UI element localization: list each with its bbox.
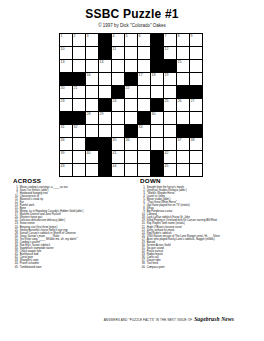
across-clue-list: 1.Movie cowboy's earnings: a ____ an ear… [13,186,135,269]
cell-number: 21 [74,86,78,90]
black-cell [151,60,163,72]
crossword-cell[interactable] [164,86,176,98]
crossword-cell[interactable]: 29 [99,112,111,124]
crossword-cell[interactable] [73,60,85,72]
crossword-cell[interactable] [86,125,98,137]
crossword-cell[interactable]: 10 [60,47,72,59]
crossword-cell[interactable]: 39 [60,151,72,163]
black-cell [73,73,85,85]
black-cell [86,138,98,150]
cell-number: 2 [74,34,76,38]
crossword-cell[interactable] [112,125,124,137]
crossword-cell[interactable]: 2 [73,34,85,46]
cell-number: 45 [165,164,169,168]
crossword-cell[interactable] [177,73,189,85]
crossword-cell[interactable] [164,112,176,124]
page-title: SSBC Puzzle #1 [0,7,264,21]
cell-number: 31 [61,125,65,129]
crossword-cell[interactable]: 42 [164,151,176,163]
crossword-cell[interactable] [177,164,189,176]
crossword-cell[interactable]: 44 [112,164,124,176]
crossword-cell[interactable] [112,60,124,72]
crossword-cell[interactable]: 31 [60,125,72,137]
crossword-cell[interactable]: 45 [164,164,176,176]
crossword-cell[interactable] [125,164,137,176]
crossword-cell[interactable]: 23 [60,99,72,111]
across-clues-section: ACROSS 1.Movie cowboy's earnings: a ____… [13,177,135,269]
cell-number: 34 [61,138,65,142]
cell-number: 43 [61,164,65,168]
crossword-cell[interactable] [177,151,189,163]
crossword-cell[interactable]: 3 [86,34,98,46]
crossword-cell[interactable]: 36 [125,138,137,150]
down-clue-list: 1.Straight from the horse's mouth2.Unive… [140,186,262,269]
clue-text: Actor who played Rocky Lane's sidekick, … [147,238,215,241]
black-cell [112,86,124,98]
newsletter-brand: Sagebrush News [194,316,234,322]
crossword-cell[interactable]: 14 [99,60,111,72]
crossword-cell[interactable]: 41 [112,151,124,163]
crossword-cell[interactable] [73,138,85,150]
cell-number: 15 [178,60,182,64]
crossword-cell[interactable]: 34 [60,138,72,150]
black-cell [177,86,189,98]
black-cell [190,125,202,137]
crossword-grid: 1234567891011121314151617181920212223242… [59,33,203,177]
crossword-cell[interactable]: 28 [86,112,98,124]
clue-line: 40.Compass point [140,266,262,269]
crossword-cell[interactable] [138,99,150,111]
cell-number: 33 [139,125,143,129]
cell-number: 42 [165,151,169,155]
cell-number: 5 [126,34,128,38]
cell-number: 14 [100,60,104,64]
crossword-cell[interactable] [190,164,202,176]
crossword-cell[interactable]: 24 [112,99,124,111]
cell-number: 20 [61,86,65,90]
crossword-cell[interactable]: 5 [125,34,137,46]
cell-number: 12 [165,47,169,51]
crossword-cell[interactable] [99,73,111,85]
crossword-cell[interactable]: 11 [112,47,124,59]
crossword-cell[interactable] [125,112,137,124]
crossword-cell[interactable]: 33 [138,125,150,137]
black-cell [151,47,163,59]
crossword-cell[interactable] [190,73,202,85]
clue-number: 40. [140,266,146,269]
black-cell [190,86,202,98]
crossword-cell[interactable]: 17 [138,73,150,85]
cell-number: 13 [61,60,65,64]
crossword-cell[interactable] [138,151,150,163]
crossword-cell[interactable] [164,138,176,150]
crossword-cell[interactable]: 35 [112,138,124,150]
crossword-cell[interactable] [151,138,163,150]
crossword-cell[interactable]: 43 [60,164,72,176]
crossword-cell[interactable]: 22 [125,86,137,98]
clue-text: Compass point [147,266,165,269]
black-cell [151,99,163,111]
crossword-cell[interactable]: 40 [86,151,98,163]
cell-number: 4 [113,34,115,38]
cell-number: 23 [61,99,65,103]
cell-number: 11 [113,47,117,51]
black-cell [99,47,111,59]
black-cell [151,151,163,163]
crossword-cell[interactable]: 20 [60,86,72,98]
crossword-cell[interactable] [86,86,98,98]
crossword-cell[interactable] [86,47,98,59]
crossword-cell[interactable]: 8 [177,34,189,46]
crossword-cell[interactable] [177,47,189,59]
crossword-cell[interactable]: 1 [60,34,72,46]
cell-number: 19 [165,73,169,77]
cell-number: 40 [87,151,91,155]
black-cell [177,125,189,137]
cell-number: 3 [87,34,89,38]
crossword-cell[interactable] [73,164,85,176]
crossword-cell[interactable]: 32 [73,125,85,137]
crossword-cell[interactable]: 37 [177,138,189,150]
crossword-cell[interactable] [112,112,124,124]
cell-number: 24 [113,99,117,103]
clue-number: 45. [13,266,19,269]
crossword-cell[interactable]: 4 [112,34,124,46]
cell-number: 9 [191,34,193,38]
footer-note: ANSWERS AND "PUZZLE FACTS" IN THE NEXT I… [0,316,234,322]
crossword-cell[interactable] [125,60,137,72]
crossword-cell[interactable] [112,73,124,85]
crossword-cell[interactable]: 21 [73,86,85,98]
crossword-cell[interactable]: 13 [60,60,72,72]
down-header: DOWN [140,177,262,184]
black-cell [60,112,72,124]
crossword-cell[interactable] [151,86,163,98]
crossword-cell[interactable]: 27 [190,99,202,111]
cell-number: 30 [152,112,156,116]
copyright-byline: © 1997 by Dick "Colorado" Oakes [0,23,264,28]
cell-number: 7 [165,34,167,38]
cell-number: 44 [113,164,117,168]
cell-number: 41 [113,151,117,155]
cell-number: 1 [61,34,63,38]
crossword-cell[interactable] [125,47,137,59]
cell-number: 22 [126,86,130,90]
cell-number: 39 [61,151,65,155]
down-clues-section: DOWN 1.Straight from the horse's mouth2.… [140,177,262,269]
crossword-cell[interactable] [138,86,150,98]
cell-number: 6 [139,34,141,38]
cell-number: 28 [87,112,91,116]
crossword-cell[interactable] [73,99,85,111]
clue-text: Tumbleweed town [20,266,42,269]
crossword-cell[interactable]: 15 [177,60,189,72]
crossword-cell[interactable] [190,60,202,72]
black-cell [138,112,150,124]
crossword-cell[interactable] [73,151,85,163]
black-cell [99,99,111,111]
crossword-cell[interactable]: 6 [138,34,150,46]
black-cell [73,112,85,124]
crossword-cell[interactable]: 30 [151,112,163,124]
crossword-cell[interactable] [177,112,189,124]
black-cell [99,164,111,176]
across-header: ACROSS [13,177,135,184]
crossword-cell[interactable]: 9 [190,34,202,46]
crossword-cell[interactable] [138,60,150,72]
black-cell [99,151,111,163]
cell-number: 8 [178,34,180,38]
crossword-cell[interactable]: 16 [86,73,98,85]
crossword-cell[interactable] [86,164,98,176]
black-cell [164,60,176,72]
cell-number: 16 [87,73,91,77]
black-cell [60,73,72,85]
crossword-cell[interactable]: 38 [190,138,202,150]
crossword-cell[interactable] [138,138,150,150]
cell-number: 32 [74,125,78,129]
crossword-cell[interactable] [73,47,85,59]
cell-number: 26 [178,99,182,103]
crossword-cell[interactable] [164,125,176,137]
crossword-cell[interactable]: 7 [164,34,176,46]
crossword-cell[interactable] [190,47,202,59]
crossword-cell[interactable] [190,112,202,124]
black-cell [125,125,137,137]
black-cell [99,138,111,150]
black-cell [151,164,163,176]
black-cell [125,73,137,85]
crossword-cell[interactable]: 19 [164,73,176,85]
crossword-cell[interactable] [125,99,137,111]
crossword-cell[interactable] [86,60,98,72]
cell-number: 27 [191,99,195,103]
cell-number: 37 [178,138,182,142]
cell-number: 35 [113,138,117,142]
crossword-cell[interactable] [125,151,137,163]
crossword-cell[interactable] [138,47,150,59]
cell-number: 25 [165,99,169,103]
crossword-cell[interactable]: 25 [164,99,176,111]
cell-number: 18 [152,73,156,77]
cell-number: 10 [61,47,65,51]
cell-number: 36 [126,138,130,142]
cell-number: 38 [191,138,195,142]
cell-number: 17 [139,73,143,77]
crossword-cell[interactable] [99,86,111,98]
crossword-cell[interactable]: 18 [151,73,163,85]
black-cell [99,34,111,46]
crossword-cell[interactable]: 26 [177,99,189,111]
crossword-cell[interactable] [138,164,150,176]
footer-text: ANSWERS AND "PUZZLE FACTS" IN THE NEXT I… [104,318,192,322]
crossword-cell[interactable] [151,125,163,137]
crossword-cell[interactable] [190,151,202,163]
crossword-cell[interactable] [86,99,98,111]
crossword-cell[interactable]: 12 [164,47,176,59]
cell-number: 29 [100,112,104,116]
crossword-cell[interactable] [99,125,111,137]
clue-line: 45.Tumbleweed town [13,266,135,269]
black-cell [151,34,163,46]
